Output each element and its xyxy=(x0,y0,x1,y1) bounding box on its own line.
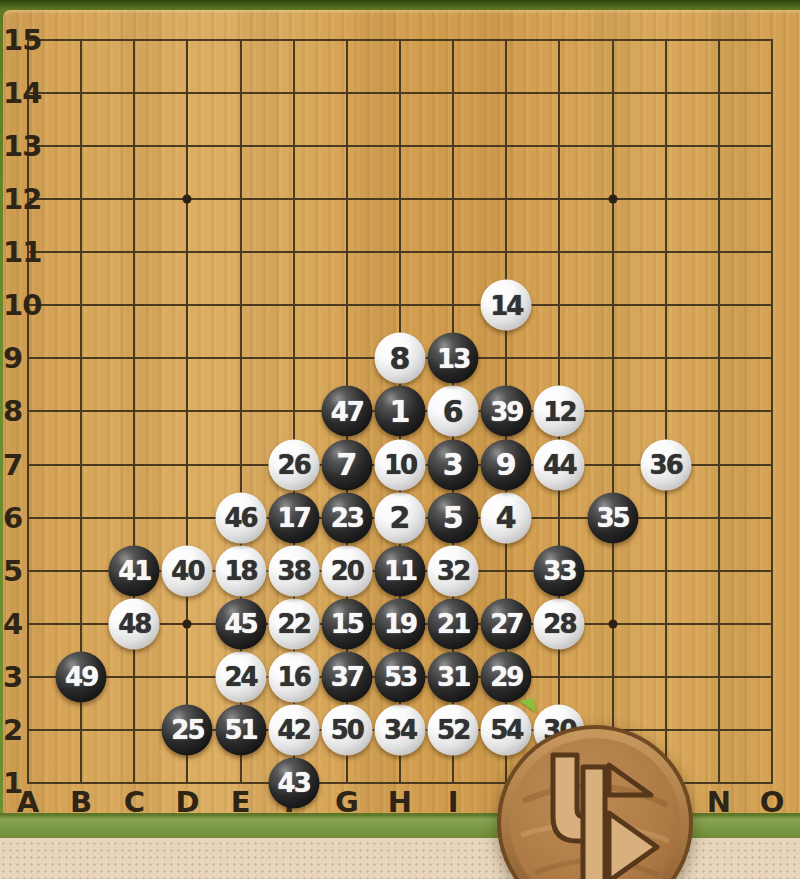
stone-23-black-g6: 23 xyxy=(321,492,372,543)
row-label-7: 7 xyxy=(3,450,22,479)
stone-move-number: 10 xyxy=(384,452,416,478)
stone-move-number: 13 xyxy=(437,345,469,371)
stone-move-number: 17 xyxy=(278,505,310,531)
stone-move-number: 27 xyxy=(490,611,522,637)
star-point-d4 xyxy=(183,619,192,628)
row-label-6: 6 xyxy=(3,503,22,532)
stone-9-black-j7: 9 xyxy=(481,439,532,490)
stone-move-number: 1 xyxy=(390,396,411,426)
stone-move-number: 8 xyxy=(390,343,411,373)
star-point-l4 xyxy=(608,619,617,628)
col-label-a: A xyxy=(17,788,39,817)
stone-move-number: 32 xyxy=(437,558,469,584)
stone-move-number: 29 xyxy=(490,664,522,690)
stone-44-white-k7: 44 xyxy=(534,439,585,490)
stone-move-number: 47 xyxy=(331,398,363,424)
stone-37-black-g3: 37 xyxy=(321,651,372,702)
row-label-2: 2 xyxy=(3,715,22,744)
stone-6-white-i8: 6 xyxy=(428,386,479,437)
stone-40-white-d5: 40 xyxy=(162,545,213,596)
stone-19-black-h4: 19 xyxy=(374,598,425,649)
app-logo-badge xyxy=(495,723,695,879)
row-label-14: 14 xyxy=(3,79,41,108)
stone-move-number: 5 xyxy=(443,503,464,533)
stone-7-black-g7: 7 xyxy=(321,439,372,490)
stone-move-number: 40 xyxy=(171,558,203,584)
stone-11-black-h5: 11 xyxy=(374,545,425,596)
stone-45-black-e4: 45 xyxy=(215,598,266,649)
stone-49-black-b3: 49 xyxy=(56,651,107,702)
stone-10-white-h7: 10 xyxy=(374,439,425,490)
stone-move-number: 14 xyxy=(490,292,522,318)
stone-31-black-i3: 31 xyxy=(428,651,479,702)
stone-27-black-j4: 27 xyxy=(481,598,532,649)
stone-36-white-m7: 36 xyxy=(640,439,691,490)
stone-move-number: 23 xyxy=(331,505,363,531)
stone-move-number: 46 xyxy=(224,505,256,531)
stone-move-number: 2 xyxy=(390,503,411,533)
stone-46-white-e6: 46 xyxy=(215,492,266,543)
stone-move-number: 4 xyxy=(496,503,517,533)
stone-2-white-h6: 2 xyxy=(374,492,425,543)
col-label-d: D xyxy=(175,788,199,817)
stone-move-number: 12 xyxy=(543,398,575,424)
stone-50-white-g2: 50 xyxy=(321,704,372,755)
col-label-e: E xyxy=(231,788,251,817)
stone-move-number: 52 xyxy=(437,717,469,743)
stone-move-number: 11 xyxy=(384,558,416,584)
stone-move-number: 45 xyxy=(224,611,256,637)
row-label-10: 10 xyxy=(3,291,41,320)
last-move-marker-icon xyxy=(520,698,536,714)
stone-32-white-i5: 32 xyxy=(428,545,479,596)
stone-move-number: 20 xyxy=(331,558,363,584)
stone-25-black-d2: 25 xyxy=(162,704,213,755)
stone-move-number: 24 xyxy=(224,664,256,690)
stone-move-number: 18 xyxy=(224,558,256,584)
row-label-3: 3 xyxy=(3,662,22,691)
stone-33-black-k5: 33 xyxy=(534,545,585,596)
col-label-c: C xyxy=(124,788,145,817)
row-label-13: 13 xyxy=(3,132,41,161)
stone-move-number: 43 xyxy=(278,770,310,796)
stone-move-number: 50 xyxy=(331,717,363,743)
stone-3-black-i7: 3 xyxy=(428,439,479,490)
stone-52-white-i2: 52 xyxy=(428,704,479,755)
row-label-4: 4 xyxy=(3,609,22,638)
stone-move-number: 25 xyxy=(171,717,203,743)
row-label-11: 11 xyxy=(3,238,41,267)
row-label-8: 8 xyxy=(3,397,22,426)
stone-13-black-i9: 13 xyxy=(428,333,479,384)
star-point-d12 xyxy=(183,195,192,204)
stone-17-black-f6: 17 xyxy=(268,492,319,543)
stone-28-white-k4: 28 xyxy=(534,598,585,649)
stone-move-number: 28 xyxy=(543,611,575,637)
stone-move-number: 44 xyxy=(543,452,575,478)
stone-21-black-i4: 21 xyxy=(428,598,479,649)
stone-4-white-j6: 4 xyxy=(481,492,532,543)
stone-move-number: 7 xyxy=(336,450,357,480)
stone-39-black-j8: 39 xyxy=(481,386,532,437)
row-label-5: 5 xyxy=(3,556,22,585)
stone-18-white-e5: 18 xyxy=(215,545,266,596)
stone-move-number: 6 xyxy=(443,396,464,426)
col-label-g: G xyxy=(335,788,359,817)
stone-move-number: 22 xyxy=(278,611,310,637)
stone-move-number: 9 xyxy=(496,450,517,480)
row-label-9: 9 xyxy=(3,344,22,373)
stone-1-black-h8: 1 xyxy=(374,386,425,437)
stone-51-black-e2: 51 xyxy=(215,704,266,755)
stone-move-number: 51 xyxy=(224,717,256,743)
stone-5-black-i6: 5 xyxy=(428,492,479,543)
stone-move-number: 37 xyxy=(331,664,363,690)
stone-48-white-c4: 48 xyxy=(109,598,160,649)
stone-move-number: 39 xyxy=(490,398,522,424)
stone-move-number: 41 xyxy=(118,558,150,584)
col-label-i: I xyxy=(448,788,459,817)
stone-26-white-f7: 26 xyxy=(268,439,319,490)
stone-move-number: 36 xyxy=(650,452,682,478)
stone-20-white-g5: 20 xyxy=(321,545,372,596)
stone-move-number: 26 xyxy=(278,452,310,478)
stone-35-black-l6: 35 xyxy=(587,492,638,543)
stone-38-white-f5: 38 xyxy=(268,545,319,596)
col-label-n: N xyxy=(707,788,731,817)
stone-41-black-c5: 41 xyxy=(109,545,160,596)
stone-move-number: 21 xyxy=(437,611,469,637)
stone-22-white-f4: 22 xyxy=(268,598,319,649)
stone-move-number: 34 xyxy=(384,717,416,743)
stone-47-black-g8: 47 xyxy=(321,386,372,437)
stone-move-number: 3 xyxy=(443,450,464,480)
row-label-15: 15 xyxy=(3,26,41,55)
stone-move-number: 31 xyxy=(437,664,469,690)
col-label-o: O xyxy=(760,788,785,817)
stone-42-white-f2: 42 xyxy=(268,704,319,755)
col-label-h: H xyxy=(388,788,412,817)
stone-15-black-g4: 15 xyxy=(321,598,372,649)
stone-move-number: 15 xyxy=(331,611,363,637)
stone-move-number: 16 xyxy=(278,664,310,690)
stone-move-number: 42 xyxy=(278,717,310,743)
stone-move-number: 35 xyxy=(596,505,628,531)
star-point-l12 xyxy=(608,195,617,204)
stone-move-number: 53 xyxy=(384,664,416,690)
stone-move-number: 48 xyxy=(118,611,150,637)
stone-43-black-f1: 43 xyxy=(268,757,319,808)
stone-move-number: 49 xyxy=(65,664,97,690)
game-screen: 151413121110987654321ABCDEFGHIJKLMNO1234… xyxy=(0,0,800,879)
stone-53-black-h3: 53 xyxy=(374,651,425,702)
stone-move-number: 33 xyxy=(543,558,575,584)
stone-34-white-h2: 34 xyxy=(374,704,425,755)
col-label-b: B xyxy=(70,788,92,817)
stone-16-white-f3: 16 xyxy=(268,651,319,702)
stone-29-black-j3: 29 xyxy=(481,651,532,702)
stone-24-white-e3: 24 xyxy=(215,651,266,702)
row-label-12: 12 xyxy=(3,185,41,214)
stone-move-number: 38 xyxy=(278,558,310,584)
stone-move-number: 19 xyxy=(384,611,416,637)
stone-8-white-h9: 8 xyxy=(374,333,425,384)
stone-14-white-j10: 14 xyxy=(481,280,532,331)
stone-12-white-k8: 12 xyxy=(534,386,585,437)
